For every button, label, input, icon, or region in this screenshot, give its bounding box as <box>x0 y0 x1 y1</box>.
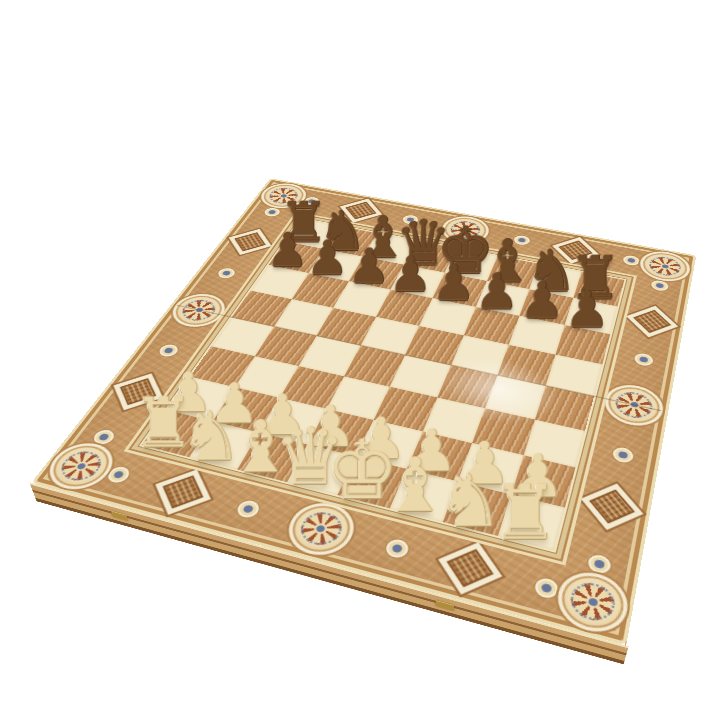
dot-ornament <box>215 267 237 280</box>
dot-ornament <box>383 537 411 559</box>
latch-icon <box>436 600 454 611</box>
piece-dark-pawn-h7[interactable]: ♟ <box>565 286 610 333</box>
carved-diamond-icon <box>438 542 502 594</box>
chess-board: ♜♞♝♛♚♝♞♜♟♟♟♟♟♟♟♟♟♟♟♟♟♟♟♟♜♞♝♛♚♝♞♜ <box>31 178 696 645</box>
carved-diamond-icon <box>581 484 644 531</box>
piece-dark-pawn-g7[interactable]: ♟ <box>520 277 564 324</box>
medallion-ornament <box>601 380 667 431</box>
flower-inlay-icon <box>54 448 108 484</box>
dot-ornament <box>156 343 181 358</box>
flower-inlay-icon <box>567 579 618 626</box>
piece-dark-pawn-a7[interactable]: ♟ <box>267 228 309 272</box>
diamond-ornament <box>580 481 642 534</box>
piece-dark-pawn-c7[interactable]: ♟ <box>348 244 390 289</box>
piece-dark-pawn-e7[interactable]: ♟ <box>432 260 475 306</box>
piece-dark-pawn-f7[interactable]: ♟ <box>475 268 519 314</box>
dot-ornament <box>612 445 635 464</box>
hinge-icon <box>111 511 128 521</box>
flower-inlay-icon <box>295 508 348 549</box>
piece-light-rook-h1[interactable]: ♜ <box>492 478 560 550</box>
carved-diamond-icon <box>229 229 272 255</box>
inlay-dot-icon <box>587 597 597 607</box>
diamond-ornament <box>627 303 678 339</box>
diamond-ornament <box>146 466 218 518</box>
piece-dark-pawn-d7[interactable]: ♟ <box>389 252 432 297</box>
dot-ornament <box>622 254 641 266</box>
piece-dark-pawn-b7[interactable]: ♟ <box>307 236 349 280</box>
dot-ornament <box>533 576 560 600</box>
medallion-ornament <box>164 290 234 331</box>
square-h1[interactable]: ♜ <box>498 494 565 550</box>
carved-diamond-icon <box>155 469 211 514</box>
inlay-dot-icon <box>76 462 87 469</box>
dot-ornament <box>633 352 654 367</box>
inlay-dot-icon <box>316 524 327 532</box>
chess-set-photo: ♜♞♝♛♚♝♞♜♟♟♟♟♟♟♟♟♟♟♟♟♟♟♟♟♜♞♝♛♚♝♞♜ <box>0 0 720 720</box>
dot-ornament <box>234 499 262 520</box>
carved-diamond-icon <box>626 305 678 337</box>
